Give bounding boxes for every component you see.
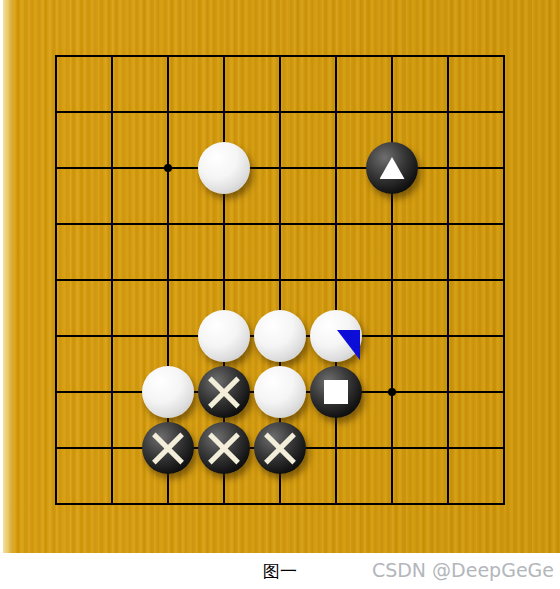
x-marker (146, 426, 190, 470)
triangle-marker (380, 157, 405, 179)
board-cell (140, 364, 196, 420)
stone-black-c4r8 (198, 422, 250, 474)
stone-white-c5r7 (254, 366, 306, 418)
go-board (0, 0, 560, 553)
board-cell (308, 308, 364, 364)
watermark: CSDN @DeepGeGe (372, 557, 554, 583)
board-cell (252, 308, 308, 364)
stone-white-c5r6 (254, 310, 306, 362)
stone-black-c4r7 (198, 366, 250, 418)
board-left-highlight (3, 0, 15, 553)
square-marker (324, 380, 348, 404)
stone-black-c3r8 (142, 422, 194, 474)
stone-white-c4r3 (198, 142, 250, 194)
stone-grid (28, 28, 532, 532)
stone-white-c3r7 (142, 366, 194, 418)
board-cell (196, 140, 252, 196)
stone-black-c7r3 (366, 142, 418, 194)
board-cell (252, 420, 308, 476)
caption-row: 图一 CSDN @DeepGeGe (0, 553, 560, 589)
board-cell (196, 364, 252, 420)
board-cell (364, 140, 420, 196)
x-marker (258, 426, 302, 470)
board-cell (308, 364, 364, 420)
board-cell (252, 364, 308, 420)
stone-black-c5r8 (254, 422, 306, 474)
board-cell (196, 420, 252, 476)
x-marker (202, 426, 246, 470)
board-cell (140, 420, 196, 476)
blue-corner-marker (337, 330, 360, 360)
stone-white-c6r6 (310, 310, 362, 362)
stone-black-c6r7 (310, 366, 362, 418)
x-marker (202, 370, 246, 414)
stone-white-c4r6 (198, 310, 250, 362)
go-diagram: 图一 CSDN @DeepGeGe (0, 0, 560, 589)
board-cell (196, 308, 252, 364)
